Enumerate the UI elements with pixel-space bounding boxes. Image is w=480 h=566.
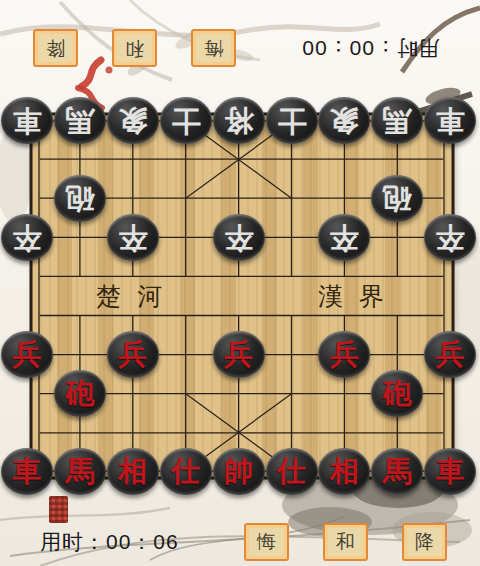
opponent-draw-button[interactable]: 和 xyxy=(112,29,157,67)
piece-glyph: 車 xyxy=(1,97,53,144)
piece-red-elephant[interactable]: 相 xyxy=(107,448,159,495)
piece-glyph: 馬 xyxy=(371,448,423,495)
piece-glyph: 車 xyxy=(424,97,476,144)
piece-red-chariot[interactable]: 車 xyxy=(424,448,476,495)
piece-glyph: 士 xyxy=(266,97,318,144)
player-buttons: 悔 和 降 xyxy=(244,523,447,561)
piece-red-elephant[interactable]: 相 xyxy=(318,448,370,495)
piece-black-chariot[interactable]: 車 xyxy=(1,97,53,144)
piece-glyph: 兵 xyxy=(1,331,53,378)
piece-red-soldier[interactable]: 兵 xyxy=(213,331,265,378)
piece-black-elephant[interactable]: 象 xyxy=(107,97,159,144)
piece-glyph: 砲 xyxy=(371,175,423,222)
piece-black-soldier[interactable]: 卒 xyxy=(107,214,159,261)
piece-black-horse[interactable]: 馬 xyxy=(54,97,106,144)
piece-glyph: 卒 xyxy=(213,214,265,261)
piece-glyph: 仕 xyxy=(160,448,212,495)
piece-glyph: 車 xyxy=(424,448,476,495)
piece-glyph: 士 xyxy=(160,97,212,144)
piece-black-soldier[interactable]: 卒 xyxy=(424,214,476,261)
piece-red-soldier[interactable]: 兵 xyxy=(107,331,159,378)
piece-glyph: 馬 xyxy=(371,97,423,144)
opponent-timer: 用时：00：00 xyxy=(301,34,440,62)
piece-glyph: 相 xyxy=(318,448,370,495)
piece-red-advisor[interactable]: 仕 xyxy=(266,448,318,495)
player-draw-button[interactable]: 和 xyxy=(323,523,368,561)
piece-glyph: 象 xyxy=(107,97,159,144)
piece-red-cannon[interactable]: 砲 xyxy=(54,370,106,417)
player-timer: 用时：00：06 xyxy=(40,528,179,556)
player-undo-button[interactable]: 悔 xyxy=(244,523,289,561)
piece-glyph: 仕 xyxy=(266,448,318,495)
piece-black-advisor[interactable]: 士 xyxy=(160,97,212,144)
piece-black-general[interactable]: 将 xyxy=(213,97,265,144)
piece-red-horse[interactable]: 馬 xyxy=(371,448,423,495)
piece-red-cannon[interactable]: 砲 xyxy=(371,370,423,417)
piece-red-horse[interactable]: 馬 xyxy=(54,448,106,495)
piece-red-soldier[interactable]: 兵 xyxy=(424,331,476,378)
piece-glyph: 車 xyxy=(1,448,53,495)
piece-glyph: 砲 xyxy=(371,370,423,417)
piece-black-horse[interactable]: 馬 xyxy=(371,97,423,144)
opponent-buttons: 悔 和 降 xyxy=(33,29,236,67)
piece-glyph: 砲 xyxy=(54,175,106,222)
piece-black-soldier[interactable]: 卒 xyxy=(213,214,265,261)
opponent-undo-button[interactable]: 悔 xyxy=(191,29,236,67)
piece-glyph: 兵 xyxy=(213,331,265,378)
piece-glyph: 兵 xyxy=(318,331,370,378)
piece-glyph: 兵 xyxy=(424,331,476,378)
player-resign-button[interactable]: 降 xyxy=(402,523,447,561)
player-control-bar: 用时：00：06 悔 和 降 xyxy=(0,520,480,564)
piece-red-soldier[interactable]: 兵 xyxy=(318,331,370,378)
piece-red-soldier[interactable]: 兵 xyxy=(1,331,53,378)
piece-red-general[interactable]: 帥 xyxy=(213,448,265,495)
xiangqi-app: 楚河 漢界 車馬象士将士象馬車砲砲卒卒卒卒卒兵兵兵兵兵砲砲車馬相仕帥仕相馬車 用… xyxy=(0,0,480,566)
piece-glyph: 馬 xyxy=(54,448,106,495)
piece-glyph: 卒 xyxy=(318,214,370,261)
piece-black-soldier[interactable]: 卒 xyxy=(1,214,53,261)
piece-glyph: 卒 xyxy=(107,214,159,261)
piece-glyph: 卒 xyxy=(424,214,476,261)
piece-glyph: 馬 xyxy=(54,97,106,144)
piece-red-chariot[interactable]: 車 xyxy=(1,448,53,495)
piece-black-cannon[interactable]: 砲 xyxy=(54,175,106,222)
piece-glyph: 砲 xyxy=(54,370,106,417)
opponent-resign-button[interactable]: 降 xyxy=(33,29,78,67)
piece-glyph: 将 xyxy=(213,97,265,144)
piece-black-soldier[interactable]: 卒 xyxy=(318,214,370,261)
piece-glyph: 帥 xyxy=(213,448,265,495)
piece-black-chariot[interactable]: 車 xyxy=(424,97,476,144)
piece-black-cannon[interactable]: 砲 xyxy=(371,175,423,222)
piece-glyph: 卒 xyxy=(1,214,53,261)
piece-glyph: 象 xyxy=(318,97,370,144)
pieces-layer: 車馬象士将士象馬車砲砲卒卒卒卒卒兵兵兵兵兵砲砲車馬相仕帥仕相馬車 xyxy=(0,0,480,566)
piece-red-advisor[interactable]: 仕 xyxy=(160,448,212,495)
piece-black-elephant[interactable]: 象 xyxy=(318,97,370,144)
piece-black-advisor[interactable]: 士 xyxy=(266,97,318,144)
piece-glyph: 相 xyxy=(107,448,159,495)
piece-glyph: 兵 xyxy=(107,331,159,378)
opponent-control-bar: 用时：00：00 悔 和 降 xyxy=(0,26,480,70)
